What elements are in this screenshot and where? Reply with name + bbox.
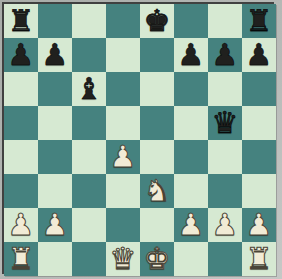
square-f8[interactable] xyxy=(174,4,208,38)
black-bishop[interactable]: ♝ xyxy=(76,72,103,106)
square-c2[interactable] xyxy=(72,208,106,242)
square-d3[interactable] xyxy=(106,174,140,208)
square-d6[interactable] xyxy=(106,72,140,106)
square-b4[interactable] xyxy=(38,140,72,174)
square-f7[interactable]: ♟ xyxy=(174,38,208,72)
black-pawn[interactable]: ♟ xyxy=(42,38,69,72)
square-e8[interactable]: ♚ xyxy=(140,4,174,38)
white-pawn[interactable]: ♟ xyxy=(178,208,205,242)
square-d8[interactable] xyxy=(106,4,140,38)
square-a1[interactable]: ♜ xyxy=(4,242,38,276)
square-d5[interactable] xyxy=(106,106,140,140)
square-a8[interactable]: ♜ xyxy=(4,4,38,38)
white-pawn[interactable]: ♟ xyxy=(42,208,69,242)
white-king[interactable]: ♚ xyxy=(144,242,171,276)
square-h6[interactable] xyxy=(242,72,276,106)
square-e2[interactable] xyxy=(140,208,174,242)
square-c3[interactable] xyxy=(72,174,106,208)
square-a5[interactable] xyxy=(4,106,38,140)
square-b1[interactable] xyxy=(38,242,72,276)
square-f4[interactable] xyxy=(174,140,208,174)
square-a4[interactable] xyxy=(4,140,38,174)
square-a2[interactable]: ♟ xyxy=(4,208,38,242)
square-g7[interactable]: ♟ xyxy=(208,38,242,72)
square-a7[interactable]: ♟ xyxy=(4,38,38,72)
square-e4[interactable] xyxy=(140,140,174,174)
square-d4[interactable]: ♟ xyxy=(106,140,140,174)
square-c8[interactable] xyxy=(72,4,106,38)
square-h3[interactable] xyxy=(242,174,276,208)
square-h5[interactable] xyxy=(242,106,276,140)
square-b7[interactable]: ♟ xyxy=(38,38,72,72)
square-b6[interactable] xyxy=(38,72,72,106)
white-rook[interactable]: ♜ xyxy=(8,242,35,276)
square-f5[interactable] xyxy=(174,106,208,140)
square-f3[interactable] xyxy=(174,174,208,208)
square-h8[interactable]: ♜ xyxy=(242,4,276,38)
white-rook[interactable]: ♜ xyxy=(246,242,273,276)
white-pawn[interactable]: ♟ xyxy=(246,208,273,242)
white-knight[interactable]: ♞ xyxy=(144,174,171,208)
square-c1[interactable] xyxy=(72,242,106,276)
square-f1[interactable] xyxy=(174,242,208,276)
square-g8[interactable] xyxy=(208,4,242,38)
square-b8[interactable] xyxy=(38,4,72,38)
square-g2[interactable]: ♟ xyxy=(208,208,242,242)
square-e3[interactable]: ♞ xyxy=(140,174,174,208)
square-f6[interactable] xyxy=(174,72,208,106)
square-c5[interactable] xyxy=(72,106,106,140)
black-rook[interactable]: ♜ xyxy=(246,4,273,38)
square-d2[interactable] xyxy=(106,208,140,242)
black-pawn[interactable]: ♟ xyxy=(178,38,205,72)
black-pawn[interactable]: ♟ xyxy=(8,38,35,72)
black-king[interactable]: ♚ xyxy=(144,4,171,38)
black-pawn[interactable]: ♟ xyxy=(212,38,239,72)
white-pawn[interactable]: ♟ xyxy=(8,208,35,242)
square-e1[interactable]: ♚ xyxy=(140,242,174,276)
square-a3[interactable] xyxy=(4,174,38,208)
square-e5[interactable] xyxy=(140,106,174,140)
square-h4[interactable] xyxy=(242,140,276,174)
board-frame: ♜♚♜♟♟♟♟♟♝♛♟♞♟♟♟♟♟♜♛♚♜ xyxy=(0,0,282,279)
square-g4[interactable] xyxy=(208,140,242,174)
black-queen[interactable]: ♛ xyxy=(212,106,239,140)
white-pawn[interactable]: ♟ xyxy=(110,140,137,174)
square-g5[interactable]: ♛ xyxy=(208,106,242,140)
square-h7[interactable]: ♟ xyxy=(242,38,276,72)
black-pawn[interactable]: ♟ xyxy=(246,38,273,72)
white-pawn[interactable]: ♟ xyxy=(212,208,239,242)
square-g6[interactable] xyxy=(208,72,242,106)
square-g3[interactable] xyxy=(208,174,242,208)
square-a6[interactable] xyxy=(4,72,38,106)
square-c7[interactable] xyxy=(72,38,106,72)
chess-board: ♜♚♜♟♟♟♟♟♝♛♟♞♟♟♟♟♟♜♛♚♜ xyxy=(4,4,276,276)
square-d1[interactable]: ♛ xyxy=(106,242,140,276)
square-c4[interactable] xyxy=(72,140,106,174)
square-h2[interactable]: ♟ xyxy=(242,208,276,242)
square-b2[interactable]: ♟ xyxy=(38,208,72,242)
square-f2[interactable]: ♟ xyxy=(174,208,208,242)
square-e6[interactable] xyxy=(140,72,174,106)
square-c6[interactable]: ♝ xyxy=(72,72,106,106)
square-b5[interactable] xyxy=(38,106,72,140)
square-g1[interactable] xyxy=(208,242,242,276)
white-queen[interactable]: ♛ xyxy=(110,242,137,276)
square-b3[interactable] xyxy=(38,174,72,208)
square-h1[interactable]: ♜ xyxy=(242,242,276,276)
square-d7[interactable] xyxy=(106,38,140,72)
black-rook[interactable]: ♜ xyxy=(8,4,35,38)
square-e7[interactable] xyxy=(140,38,174,72)
